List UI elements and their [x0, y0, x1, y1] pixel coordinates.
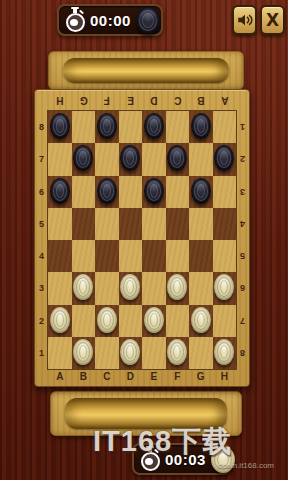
square-e1[interactable] — [142, 337, 166, 369]
rank-labels-right: 12345678 — [236, 111, 249, 369]
black-piece[interactable] — [50, 113, 70, 139]
square-b2[interactable] — [72, 305, 96, 337]
file-label: G — [189, 368, 213, 384]
square-f4[interactable] — [166, 240, 190, 272]
black-piece[interactable] — [214, 145, 234, 171]
square-h6[interactable] — [213, 176, 237, 208]
white-piece[interactable] — [167, 274, 187, 300]
square-e5[interactable] — [142, 208, 166, 240]
rank-label: 1 — [236, 111, 249, 143]
white-piece[interactable] — [144, 307, 164, 333]
white-piece[interactable] — [191, 307, 211, 333]
square-g5[interactable] — [189, 208, 213, 240]
close-button[interactable]: X — [260, 5, 285, 35]
black-piece[interactable] — [144, 178, 164, 204]
square-c3[interactable] — [95, 272, 119, 304]
square-c8[interactable] — [95, 111, 119, 143]
square-a3[interactable] — [48, 272, 72, 304]
file-label: D — [119, 368, 143, 384]
rank-label: 8 — [236, 337, 249, 369]
rank-label: 8 — [35, 111, 48, 143]
file-label: B — [189, 93, 213, 109]
checkers-app: 00:00 X HGFEDCBA 87654321 12345678 ABCDE… — [0, 0, 288, 480]
white-piece[interactable] — [73, 274, 93, 300]
black-piece[interactable] — [191, 113, 211, 139]
white-piece-indicator — [211, 446, 235, 473]
square-c4[interactable] — [95, 240, 119, 272]
rank-label: 4 — [35, 240, 48, 272]
square-c7[interactable] — [95, 143, 119, 175]
square-e7[interactable] — [142, 143, 166, 175]
square-e6[interactable] — [142, 176, 166, 208]
black-piece[interactable] — [144, 113, 164, 139]
square-h4[interactable] — [213, 240, 237, 272]
white-piece[interactable] — [73, 339, 93, 365]
file-label: F — [95, 93, 119, 109]
square-c6[interactable] — [95, 176, 119, 208]
rank-labels-left: 87654321 — [35, 111, 48, 369]
white-piece[interactable] — [214, 339, 234, 365]
checkers-board: HGFEDCBA 87654321 12345678 ABCDEFGH — [34, 89, 250, 387]
tray-roller — [65, 398, 227, 429]
square-b7[interactable] — [72, 143, 96, 175]
white-piece[interactable] — [214, 274, 234, 300]
stopwatch-icon — [140, 446, 160, 472]
file-label: A — [213, 93, 237, 109]
square-d7[interactable] — [119, 143, 143, 175]
square-e3[interactable] — [142, 272, 166, 304]
square-d2[interactable] — [119, 305, 143, 337]
square-c5[interactable] — [95, 208, 119, 240]
rank-label: 3 — [35, 272, 48, 304]
file-label: A — [48, 368, 72, 384]
black-piece[interactable] — [97, 113, 117, 139]
square-h7[interactable] — [213, 143, 237, 175]
black-timer-value: 00:00 — [90, 12, 131, 29]
file-label: C — [166, 93, 190, 109]
square-b6[interactable] — [72, 176, 96, 208]
file-label: H — [48, 93, 72, 109]
square-g8[interactable] — [189, 111, 213, 143]
black-piece[interactable] — [191, 178, 211, 204]
rank-label: 7 — [236, 305, 249, 337]
square-f8[interactable] — [166, 111, 190, 143]
file-label: E — [142, 368, 166, 384]
square-h1[interactable] — [213, 337, 237, 369]
square-d3[interactable] — [119, 272, 143, 304]
square-g4[interactable] — [189, 240, 213, 272]
square-h5[interactable] — [213, 208, 237, 240]
square-f6[interactable] — [166, 176, 190, 208]
square-a1[interactable] — [48, 337, 72, 369]
file-label: B — [72, 368, 96, 384]
rank-label: 4 — [236, 208, 249, 240]
white-piece[interactable] — [50, 307, 70, 333]
square-f5[interactable] — [166, 208, 190, 240]
square-a8[interactable] — [48, 111, 72, 143]
square-c2[interactable] — [95, 305, 119, 337]
rank-label: 1 — [35, 337, 48, 369]
square-e8[interactable] — [142, 111, 166, 143]
square-g6[interactable] — [189, 176, 213, 208]
stopwatch-icon — [65, 7, 85, 33]
square-a6[interactable] — [48, 176, 72, 208]
rank-label: 5 — [35, 208, 48, 240]
square-b1[interactable] — [72, 337, 96, 369]
square-b5[interactable] — [72, 208, 96, 240]
tray-roller — [63, 58, 229, 83]
speaker-icon — [236, 11, 254, 29]
rank-label: 6 — [35, 176, 48, 208]
square-c1[interactable] — [95, 337, 119, 369]
white-piece[interactable] — [167, 339, 187, 365]
file-label: G — [72, 93, 96, 109]
black-piece[interactable] — [120, 145, 140, 171]
black-piece[interactable] — [50, 178, 70, 204]
square-f3[interactable] — [166, 272, 190, 304]
file-label: F — [166, 368, 190, 384]
file-labels-bottom: ABCDEFGH — [48, 368, 236, 384]
rank-label: 2 — [35, 305, 48, 337]
file-label: C — [95, 368, 119, 384]
square-h3[interactable] — [213, 272, 237, 304]
square-g7[interactable] — [189, 143, 213, 175]
square-d8[interactable] — [119, 111, 143, 143]
file-label: H — [213, 368, 237, 384]
square-b3[interactable] — [72, 272, 96, 304]
rank-label: 7 — [35, 143, 48, 175]
file-label: D — [142, 93, 166, 109]
square-h2[interactable] — [213, 305, 237, 337]
file-label: E — [119, 93, 143, 109]
white-piece[interactable] — [120, 339, 140, 365]
rank-label: 5 — [236, 240, 249, 272]
sound-button[interactable] — [232, 5, 257, 35]
square-d4[interactable] — [119, 240, 143, 272]
rank-label: 2 — [236, 143, 249, 175]
square-a4[interactable] — [48, 240, 72, 272]
rank-label: 6 — [236, 272, 249, 304]
square-f2[interactable] — [166, 305, 190, 337]
square-f1[interactable] — [166, 337, 190, 369]
square-g1[interactable] — [189, 337, 213, 369]
square-e2[interactable] — [142, 305, 166, 337]
white-piece[interactable] — [120, 274, 140, 300]
square-d5[interactable] — [119, 208, 143, 240]
square-d1[interactable] — [119, 337, 143, 369]
square-a2[interactable] — [48, 305, 72, 337]
white-timer-value: 00:03 — [165, 451, 206, 468]
bottom-piece-tray — [50, 391, 242, 436]
square-g3[interactable] — [189, 272, 213, 304]
board-grid — [48, 111, 236, 369]
square-f7[interactable] — [166, 143, 190, 175]
white-timer-panel: 00:03 — [132, 443, 231, 475]
square-e4[interactable] — [142, 240, 166, 272]
square-b4[interactable] — [72, 240, 96, 272]
black-piece[interactable] — [167, 145, 187, 171]
white-piece[interactable] — [97, 307, 117, 333]
square-d6[interactable] — [119, 176, 143, 208]
black-timer-panel: 00:00 — [57, 4, 163, 36]
square-b8[interactable] — [72, 111, 96, 143]
rank-label: 3 — [236, 176, 249, 208]
square-h8[interactable] — [213, 111, 237, 143]
black-piece[interactable] — [97, 178, 117, 204]
black-piece-indicator — [136, 7, 160, 34]
file-labels-top: HGFEDCBA — [48, 93, 236, 109]
square-a5[interactable] — [48, 208, 72, 240]
square-a7[interactable] — [48, 143, 72, 175]
black-piece[interactable] — [73, 145, 93, 171]
top-piece-tray — [48, 51, 244, 90]
close-icon: X — [266, 10, 279, 30]
square-g2[interactable] — [189, 305, 213, 337]
